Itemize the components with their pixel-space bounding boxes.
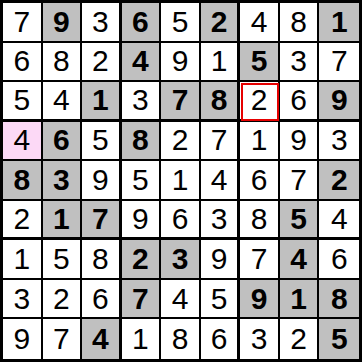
cell-r5c9[interactable]: 2 <box>319 161 359 201</box>
cell-r9c2[interactable]: 7 <box>43 319 83 359</box>
cell-r3c3[interactable]: 1 <box>82 82 122 122</box>
cell-r5c6[interactable]: 4 <box>201 161 241 201</box>
cell-r9c1[interactable]: 9 <box>3 319 43 359</box>
cell-r2c4[interactable]: 4 <box>122 43 162 83</box>
cell-r4c6[interactable]: 7 <box>201 122 241 162</box>
cell-r8c8[interactable]: 1 <box>280 280 320 320</box>
sudoku-board: 7936524816824915375413782694658271938395… <box>0 0 362 362</box>
cell-r5c5[interactable]: 1 <box>161 161 201 201</box>
cell-r9c4[interactable]: 1 <box>122 319 162 359</box>
cell-r1c2[interactable]: 9 <box>43 3 83 43</box>
cell-r8c9[interactable]: 8 <box>319 280 359 320</box>
cell-r4c7[interactable]: 1 <box>240 122 280 162</box>
cell-r4c4[interactable]: 8 <box>122 122 162 162</box>
cell-r2c9[interactable]: 7 <box>319 43 359 83</box>
cell-r6c6[interactable]: 3 <box>201 201 241 241</box>
cell-r7c2[interactable]: 5 <box>43 240 83 280</box>
cell-r6c3[interactable]: 7 <box>82 201 122 241</box>
cell-r2c7[interactable]: 5 <box>240 43 280 83</box>
cell-r4c3[interactable]: 5 <box>82 122 122 162</box>
cell-r2c3[interactable]: 2 <box>82 43 122 83</box>
cell-r9c3[interactable]: 4 <box>82 319 122 359</box>
cell-r5c1[interactable]: 8 <box>3 161 43 201</box>
cell-r8c1[interactable]: 3 <box>3 280 43 320</box>
cell-r2c6[interactable]: 1 <box>201 43 241 83</box>
cell-r2c2[interactable]: 8 <box>43 43 83 83</box>
cell-r1c1[interactable]: 7 <box>3 3 43 43</box>
cell-r8c5[interactable]: 4 <box>161 280 201 320</box>
cell-r7c8[interactable]: 4 <box>280 240 320 280</box>
cell-r7c7[interactable]: 7 <box>240 240 280 280</box>
cell-r8c2[interactable]: 2 <box>43 280 83 320</box>
cell-r6c7[interactable]: 8 <box>240 201 280 241</box>
cell-r3c8[interactable]: 6 <box>280 82 320 122</box>
cell-r7c6[interactable]: 9 <box>201 240 241 280</box>
cell-r1c4[interactable]: 6 <box>122 3 162 43</box>
cell-r1c3[interactable]: 3 <box>82 3 122 43</box>
cell-r3c7[interactable]: 2 <box>240 82 280 122</box>
cell-r9c6[interactable]: 6 <box>201 319 241 359</box>
cell-r9c5[interactable]: 8 <box>161 319 201 359</box>
cell-r9c9[interactable]: 5 <box>319 319 359 359</box>
cell-r8c4[interactable]: 7 <box>122 280 162 320</box>
cell-r1c7[interactable]: 4 <box>240 3 280 43</box>
cell-r4c8[interactable]: 9 <box>280 122 320 162</box>
cell-r6c9[interactable]: 4 <box>319 201 359 241</box>
cell-r3c2[interactable]: 4 <box>43 82 83 122</box>
cell-r4c1[interactable]: 4 <box>3 122 43 162</box>
cell-r9c8[interactable]: 2 <box>280 319 320 359</box>
cell-r8c6[interactable]: 5 <box>201 280 241 320</box>
cell-r7c4[interactable]: 2 <box>122 240 162 280</box>
cell-r2c8[interactable]: 3 <box>280 43 320 83</box>
cell-r6c4[interactable]: 9 <box>122 201 162 241</box>
cell-r3c4[interactable]: 3 <box>122 82 162 122</box>
cell-r9c7[interactable]: 3 <box>240 319 280 359</box>
cell-r7c3[interactable]: 8 <box>82 240 122 280</box>
cell-r5c4[interactable]: 5 <box>122 161 162 201</box>
cell-r3c9[interactable]: 9 <box>319 82 359 122</box>
cell-r6c1[interactable]: 2 <box>3 201 43 241</box>
cell-r8c3[interactable]: 6 <box>82 280 122 320</box>
cell-r6c8[interactable]: 5 <box>280 201 320 241</box>
cell-r5c8[interactable]: 7 <box>280 161 320 201</box>
cell-r2c1[interactable]: 6 <box>3 43 43 83</box>
cell-r7c1[interactable]: 1 <box>3 240 43 280</box>
cell-r2c5[interactable]: 9 <box>161 43 201 83</box>
cell-r4c9[interactable]: 3 <box>319 122 359 162</box>
cell-r1c5[interactable]: 5 <box>161 3 201 43</box>
cell-r1c9[interactable]: 1 <box>319 3 359 43</box>
cell-r6c2[interactable]: 1 <box>43 201 83 241</box>
cell-r4c5[interactable]: 2 <box>161 122 201 162</box>
cell-r7c5[interactable]: 3 <box>161 240 201 280</box>
cell-r6c5[interactable]: 6 <box>161 201 201 241</box>
cell-r4c2[interactable]: 6 <box>43 122 83 162</box>
cell-r5c3[interactable]: 9 <box>82 161 122 201</box>
cell-r5c7[interactable]: 6 <box>240 161 280 201</box>
cell-r7c9[interactable]: 6 <box>319 240 359 280</box>
cell-r5c2[interactable]: 3 <box>43 161 83 201</box>
cell-r1c8[interactable]: 8 <box>280 3 320 43</box>
cell-r1c6[interactable]: 2 <box>201 3 241 43</box>
cell-r3c5[interactable]: 7 <box>161 82 201 122</box>
cell-r8c7[interactable]: 9 <box>240 280 280 320</box>
cell-r3c1[interactable]: 5 <box>3 82 43 122</box>
cell-r3c6[interactable]: 8 <box>201 82 241 122</box>
